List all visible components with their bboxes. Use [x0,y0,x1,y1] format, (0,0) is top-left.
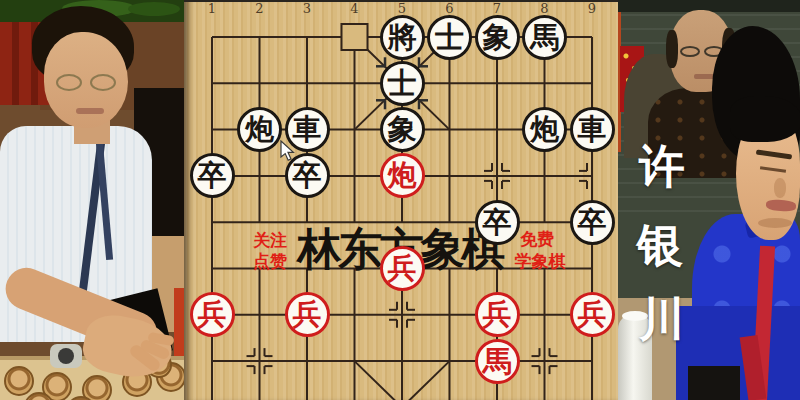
promo-like: 点赞 [253,250,287,273]
piece-black[interactable]: 卒 [190,153,235,198]
left-photo [0,0,184,400]
piece-black[interactable]: 卒 [475,200,520,245]
column-label: 4 [346,2,364,16]
column-label: 8 [536,2,554,16]
nose-shadow [774,178,786,198]
piece-red[interactable]: 炮 [380,153,425,198]
column-label: 9 [583,2,601,16]
piece-black[interactable]: 炮 [522,107,567,152]
piece-black[interactable]: 士 [380,61,425,106]
piece-black[interactable]: 象 [475,15,520,60]
piece-red[interactable]: 兵 [380,246,425,291]
piece-black[interactable]: 卒 [570,200,615,245]
screenshot-root: 123456789 林东方象棋 关注 点赞 免费 学象棋 將士象馬士炮車象炮車卒… [0,0,800,400]
caption-char-chuan: 川 [639,289,685,351]
column-label: 2 [251,2,269,16]
glasses-lens [90,74,116,91]
glasses-lens [680,46,700,57]
board-grid [184,0,618,400]
piece-black[interactable]: 車 [570,107,615,152]
dark-foreground [688,366,740,400]
hair-fringe [730,96,800,142]
column-label: 3 [298,2,316,16]
chin-shadow [758,218,792,228]
piece-black[interactable]: 將 [380,15,425,60]
caption-char-xu: 许 [639,136,685,198]
column-label: 1 [203,2,221,16]
glasses-lens [56,74,82,91]
plant-leaf [128,2,180,16]
older-man-hair [666,30,678,68]
promo-follow: 关注 [253,229,287,252]
piece-red[interactable]: 馬 [475,339,520,384]
column-label: 6 [441,2,459,16]
piece-black[interactable]: 炮 [237,107,282,152]
right-photo: 许 银 川 [618,0,800,400]
promo-learn: 学象棋 [515,250,566,273]
piece-red[interactable]: 兵 [475,292,520,337]
piece-black[interactable]: 士 [427,15,472,60]
column-label: 5 [393,2,411,16]
promo-free: 免费 [520,228,554,251]
piece-red[interactable]: 兵 [285,292,330,337]
piece-red[interactable]: 兵 [190,292,235,337]
piece-black[interactable]: 馬 [522,15,567,60]
man-mouth [76,108,104,114]
mouse-cursor [280,140,296,162]
piece-black[interactable]: 象 [380,107,425,152]
piece-red[interactable]: 兵 [570,292,615,337]
xiangqi-board: 123456789 林东方象棋 关注 点赞 免费 学象棋 將士象馬士炮車象炮車卒… [184,0,618,400]
column-label: 7 [488,2,506,16]
wristwatch-face [58,348,74,364]
wooden-piece [4,366,34,396]
caption-char-yin: 银 [637,215,683,277]
